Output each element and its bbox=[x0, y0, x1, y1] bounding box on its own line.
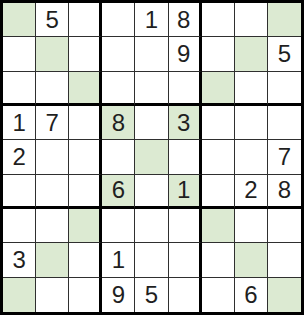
cell-r9c5[interactable]: 5 bbox=[135, 278, 168, 312]
cell-r7c1[interactable] bbox=[3, 209, 36, 243]
cell-r3c9[interactable] bbox=[268, 72, 301, 106]
cell-r2c4[interactable] bbox=[102, 37, 135, 71]
cell-r5c1[interactable]: 2 bbox=[3, 140, 36, 174]
cell-r1c7[interactable] bbox=[202, 3, 235, 37]
cell-r2c2[interactable] bbox=[36, 37, 69, 71]
cell-r2c5[interactable] bbox=[135, 37, 168, 71]
cell-r1c6[interactable]: 8 bbox=[169, 3, 202, 37]
cell-r4c5[interactable] bbox=[135, 106, 168, 140]
cell-r3c8[interactable] bbox=[235, 72, 268, 106]
cell-r7c8[interactable] bbox=[235, 209, 268, 243]
cell-r8c7[interactable] bbox=[202, 243, 235, 277]
sudoku-board: 51895178327612831956 bbox=[0, 0, 304, 315]
cell-r9c3[interactable] bbox=[69, 278, 102, 312]
cell-r4c2[interactable]: 7 bbox=[36, 106, 69, 140]
cell-r8c1[interactable]: 3 bbox=[3, 243, 36, 277]
cell-r3c4[interactable] bbox=[102, 72, 135, 106]
cell-r7c7[interactable] bbox=[202, 209, 235, 243]
cell-r9c4[interactable]: 9 bbox=[102, 278, 135, 312]
cell-r3c6[interactable] bbox=[169, 72, 202, 106]
cell-r7c4[interactable] bbox=[102, 209, 135, 243]
cell-r5c5[interactable] bbox=[135, 140, 168, 174]
cell-r2c7[interactable] bbox=[202, 37, 235, 71]
cell-r1c8[interactable] bbox=[235, 3, 268, 37]
cell-r4c7[interactable] bbox=[202, 106, 235, 140]
cell-r8c5[interactable] bbox=[135, 243, 168, 277]
cell-r3c3[interactable] bbox=[69, 72, 102, 106]
cell-r2c6[interactable]: 9 bbox=[169, 37, 202, 71]
cell-r4c6[interactable]: 3 bbox=[169, 106, 202, 140]
cell-r3c5[interactable] bbox=[135, 72, 168, 106]
cell-r6c6[interactable]: 1 bbox=[169, 175, 202, 209]
cell-r2c9[interactable]: 5 bbox=[268, 37, 301, 71]
cell-r9c8[interactable]: 6 bbox=[235, 278, 268, 312]
cell-r3c7[interactable] bbox=[202, 72, 235, 106]
cell-r3c2[interactable] bbox=[36, 72, 69, 106]
cell-r2c1[interactable] bbox=[3, 37, 36, 71]
cell-r7c2[interactable] bbox=[36, 209, 69, 243]
cell-r6c7[interactable] bbox=[202, 175, 235, 209]
cell-r9c1[interactable] bbox=[3, 278, 36, 312]
cell-r9c9[interactable] bbox=[268, 278, 301, 312]
cell-r8c2[interactable] bbox=[36, 243, 69, 277]
cell-r1c2[interactable]: 5 bbox=[36, 3, 69, 37]
cell-r8c6[interactable] bbox=[169, 243, 202, 277]
cell-r5c9[interactable]: 7 bbox=[268, 140, 301, 174]
cell-r8c4[interactable]: 1 bbox=[102, 243, 135, 277]
cell-r4c8[interactable] bbox=[235, 106, 268, 140]
cell-r8c3[interactable] bbox=[69, 243, 102, 277]
cell-r8c8[interactable] bbox=[235, 243, 268, 277]
cell-r4c1[interactable]: 1 bbox=[3, 106, 36, 140]
cell-r2c8[interactable] bbox=[235, 37, 268, 71]
cell-r4c4[interactable]: 8 bbox=[102, 106, 135, 140]
cell-r8c9[interactable] bbox=[268, 243, 301, 277]
cell-r9c6[interactable] bbox=[169, 278, 202, 312]
cell-r7c5[interactable] bbox=[135, 209, 168, 243]
cell-r5c8[interactable] bbox=[235, 140, 268, 174]
cell-r5c3[interactable] bbox=[69, 140, 102, 174]
cell-r3c1[interactable] bbox=[3, 72, 36, 106]
cell-r5c2[interactable] bbox=[36, 140, 69, 174]
cell-r6c5[interactable] bbox=[135, 175, 168, 209]
cell-r1c1[interactable] bbox=[3, 3, 36, 37]
cell-r7c6[interactable] bbox=[169, 209, 202, 243]
cell-r9c7[interactable] bbox=[202, 278, 235, 312]
cell-r2c3[interactable] bbox=[69, 37, 102, 71]
cell-r5c4[interactable] bbox=[102, 140, 135, 174]
cell-r4c9[interactable] bbox=[268, 106, 301, 140]
cell-r6c8[interactable]: 2 bbox=[235, 175, 268, 209]
cell-r6c1[interactable] bbox=[3, 175, 36, 209]
cell-r1c3[interactable] bbox=[69, 3, 102, 37]
cell-r7c3[interactable] bbox=[69, 209, 102, 243]
cell-r4c3[interactable] bbox=[69, 106, 102, 140]
cell-r6c4[interactable]: 6 bbox=[102, 175, 135, 209]
cell-r1c9[interactable] bbox=[268, 3, 301, 37]
cell-r6c9[interactable]: 8 bbox=[268, 175, 301, 209]
cell-r1c5[interactable]: 1 bbox=[135, 3, 168, 37]
cell-r5c7[interactable] bbox=[202, 140, 235, 174]
cell-r6c3[interactable] bbox=[69, 175, 102, 209]
cell-r7c9[interactable] bbox=[268, 209, 301, 243]
cell-r9c2[interactable] bbox=[36, 278, 69, 312]
cell-r1c4[interactable] bbox=[102, 3, 135, 37]
cell-r6c2[interactable] bbox=[36, 175, 69, 209]
cell-r5c6[interactable] bbox=[169, 140, 202, 174]
